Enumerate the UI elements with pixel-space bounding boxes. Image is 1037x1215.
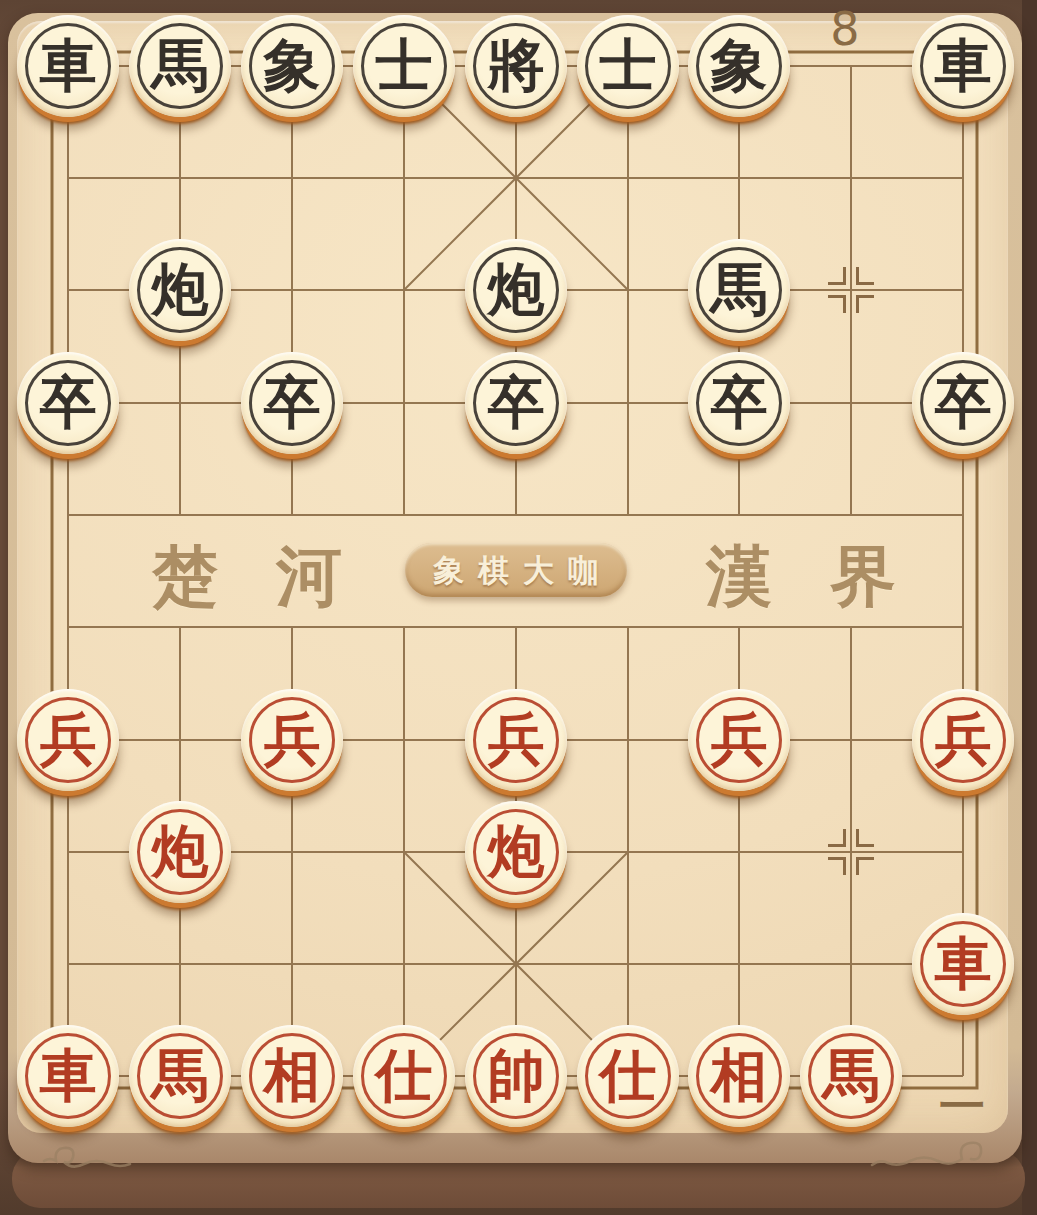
piece-車-black-i10[interactable]: 車 bbox=[912, 15, 1014, 117]
piece-卒-black-c7[interactable]: 卒 bbox=[241, 352, 343, 454]
piece-仕-red-f1[interactable]: 仕 bbox=[577, 1025, 679, 1127]
piece-馬-black-g8[interactable]: 馬 bbox=[688, 239, 790, 341]
piece-馬-black-b10[interactable]: 馬 bbox=[129, 15, 231, 117]
last-move-origin-marker bbox=[828, 829, 874, 875]
piece-卒-black-i7[interactable]: 卒 bbox=[912, 352, 1014, 454]
piece-馬-red-h1[interactable]: 馬 bbox=[800, 1025, 902, 1127]
piece-馬-red-b1[interactable]: 馬 bbox=[129, 1025, 231, 1127]
piece-炮-red-b3[interactable]: 炮 bbox=[129, 801, 231, 903]
piece-炮-black-b8[interactable]: 炮 bbox=[129, 239, 231, 341]
piece-相-red-c1[interactable]: 相 bbox=[241, 1025, 343, 1127]
piece-仕-red-d1[interactable]: 仕 bbox=[353, 1025, 455, 1127]
pieces-layer: 車馬象士將士象車炮炮馬卒卒卒卒卒兵兵兵兵兵炮炮車車馬相仕帥仕相馬 bbox=[0, 0, 1037, 1215]
piece-士-black-f10[interactable]: 士 bbox=[577, 15, 679, 117]
piece-帥-red-e1[interactable]: 帥 bbox=[465, 1025, 567, 1127]
piece-將-black-e10[interactable]: 將 bbox=[465, 15, 567, 117]
piece-卒-black-e7[interactable]: 卒 bbox=[465, 352, 567, 454]
piece-車-red-i2[interactable]: 車 bbox=[912, 913, 1014, 1015]
piece-卒-black-a7[interactable]: 卒 bbox=[17, 352, 119, 454]
xiangqi-app-screen: 楚河 漢界 象棋大咖 8 一 車馬象士將士象車炮炮馬卒卒卒卒卒兵兵兵兵兵炮炮車車… bbox=[0, 0, 1037, 1215]
piece-象-black-c10[interactable]: 象 bbox=[241, 15, 343, 117]
piece-炮-red-e3[interactable]: 炮 bbox=[465, 801, 567, 903]
piece-相-red-g1[interactable]: 相 bbox=[688, 1025, 790, 1127]
last-move-origin-marker bbox=[828, 267, 874, 313]
piece-兵-red-g4[interactable]: 兵 bbox=[688, 689, 790, 791]
piece-兵-red-e4[interactable]: 兵 bbox=[465, 689, 567, 791]
piece-車-black-a10[interactable]: 車 bbox=[17, 15, 119, 117]
piece-卒-black-g7[interactable]: 卒 bbox=[688, 352, 790, 454]
piece-士-black-d10[interactable]: 士 bbox=[353, 15, 455, 117]
piece-象-black-g10[interactable]: 象 bbox=[688, 15, 790, 117]
piece-兵-red-a4[interactable]: 兵 bbox=[17, 689, 119, 791]
piece-兵-red-i4[interactable]: 兵 bbox=[912, 689, 1014, 791]
piece-車-red-a1[interactable]: 車 bbox=[17, 1025, 119, 1127]
piece-炮-black-e8[interactable]: 炮 bbox=[465, 239, 567, 341]
piece-兵-red-c4[interactable]: 兵 bbox=[241, 689, 343, 791]
